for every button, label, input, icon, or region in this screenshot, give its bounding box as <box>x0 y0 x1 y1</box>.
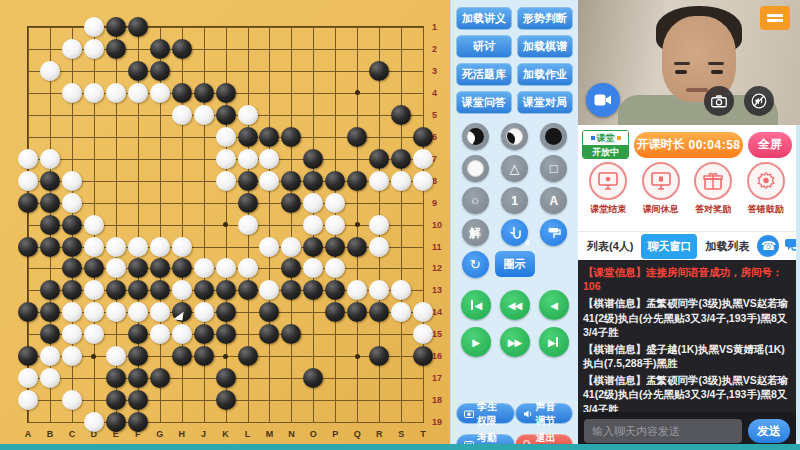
stone-M8 <box>259 171 279 191</box>
stone-S8 <box>391 171 411 191</box>
stone-T14 <box>413 302 433 322</box>
row-label-6: 6 <box>432 132 448 142</box>
hand-pointer-icon <box>508 226 522 240</box>
stone-K14 <box>216 302 236 322</box>
stone-H16 <box>172 346 192 366</box>
stone-A7 <box>18 149 38 169</box>
black-stone-tool[interactable] <box>540 123 567 150</box>
lesson-button-6[interactable]: 课堂问答 <box>456 91 512 114</box>
status-row: 课堂 开放中 开课时长 00:04:58 全屏 <box>578 128 796 161</box>
white-black-stone-tool[interactable] <box>501 123 528 150</box>
gift-icon <box>702 171 724 191</box>
stone-P9 <box>325 193 345 213</box>
stone-N11 <box>281 237 301 257</box>
stone-G17 <box>150 368 170 388</box>
lesson-buttons: 加载讲义形势判断研讨加载棋谱死活题库加载作业课堂问答课堂对局 <box>456 7 573 114</box>
col-label-K: K <box>216 429 236 439</box>
stone-B8 <box>40 171 60 191</box>
stone-E1 <box>106 17 126 37</box>
stone-S5 <box>391 105 411 125</box>
stone-G4 <box>150 83 170 103</box>
answer-tool[interactable]: 解 <box>462 219 489 246</box>
stone-Q8 <box>347 171 367 191</box>
tab-bar: 列表(4人) 聊天窗口 加载列表 ☎ <box>578 231 796 260</box>
stone-C8 <box>62 171 82 191</box>
row-label-8: 8 <box>432 176 448 186</box>
stone-T7 <box>413 149 433 169</box>
row-label-10: 10 <box>432 220 448 230</box>
stone-G11 <box>150 237 170 257</box>
voice-call-icon[interactable]: ☎ <box>757 235 779 257</box>
stone-D10 <box>84 215 104 235</box>
stone-E17 <box>106 368 126 388</box>
row-label-9: 9 <box>432 198 448 208</box>
col-label-S: S <box>391 429 411 439</box>
stone-K15 <box>216 324 236 344</box>
row-label-16: 16 <box>432 351 448 361</box>
col-label-C: C <box>62 429 82 439</box>
stone-J12 <box>194 258 214 278</box>
circle-mark-tool[interactable]: ○ <box>462 187 489 214</box>
last-move-button[interactable]: ▶ <box>539 327 569 357</box>
stone-J5 <box>194 105 214 125</box>
stone-C2 <box>62 39 82 59</box>
row-label-7: 7 <box>432 154 448 164</box>
fast-rewind-button[interactable]: ◀◀ <box>500 290 530 320</box>
white-stone-tool[interactable] <box>462 155 489 182</box>
tab-member-list[interactable]: 列表(4人) <box>581 234 639 259</box>
stone-K8 <box>216 171 236 191</box>
stone-B11 <box>40 237 60 257</box>
stone-L13 <box>238 280 258 300</box>
monitor-icon <box>650 171 672 191</box>
row-label-1: 1 <box>432 22 448 32</box>
speaker-icon <box>523 409 533 419</box>
student-permission-button[interactable]: 学生权限 <box>456 403 515 424</box>
quick-actions: 课堂结束 课间休息 答对奖励 答错鼓励 <box>578 162 796 228</box>
star-point <box>355 222 360 227</box>
stone-H14 <box>172 302 192 322</box>
stone-B17 <box>40 368 60 388</box>
fullscreen-button[interactable]: 全屏 <box>748 132 792 158</box>
stone-D19 <box>84 412 104 432</box>
stone-J13 <box>194 280 214 300</box>
stone-P10 <box>325 215 345 235</box>
stone-R11 <box>369 237 389 257</box>
stone-F17 <box>128 368 148 388</box>
stone-C11 <box>62 237 82 257</box>
panel-edge <box>796 125 800 450</box>
stone-T15 <box>413 324 433 344</box>
stone-L5 <box>238 105 258 125</box>
stone-F11 <box>128 237 148 257</box>
stone-G13 <box>150 280 170 300</box>
paint-roller-tool[interactable] <box>540 219 567 246</box>
stone-E16 <box>106 346 126 366</box>
go-classroom-app: ABCDEFGHJKLMNOPQRST123456789101112131415… <box>0 0 800 450</box>
row-label-4: 4 <box>432 88 448 98</box>
stone-E2 <box>106 39 126 59</box>
stone-R3 <box>369 61 389 81</box>
tab-load-list[interactable]: 加载列表 <box>699 234 755 259</box>
stone-H4 <box>172 83 192 103</box>
stone-J16 <box>194 346 214 366</box>
last-move-marker <box>173 311 183 321</box>
circle-show-button[interactable]: 圈示 <box>495 251 535 277</box>
stone-P11 <box>325 237 345 257</box>
photo-camera-icon <box>711 95 727 108</box>
triangle-mark-tool[interactable]: △ <box>501 155 528 182</box>
stone-J4 <box>194 83 214 103</box>
grid-line <box>28 203 423 204</box>
camera-icon <box>464 409 474 419</box>
class-break-button[interactable]: 课间休息 <box>636 162 686 228</box>
lesson-button-1[interactable]: 形势判断 <box>517 7 573 30</box>
square-mark-tool[interactable]: □ <box>540 155 567 182</box>
stone-K4 <box>216 83 236 103</box>
col-label-H: H <box>172 429 192 439</box>
speaker-off-icon <box>751 93 767 109</box>
send-button[interactable]: 发送 <box>748 419 790 443</box>
go-board[interactable]: ABCDEFGHJKLMNOPQRST123456789101112131415… <box>0 0 450 444</box>
col-label-O: O <box>303 429 323 439</box>
stone-C9 <box>62 193 82 213</box>
stone-D11 <box>84 237 104 257</box>
row-label-5: 5 <box>432 110 448 120</box>
play-button[interactable]: ▶ <box>461 327 491 357</box>
stone-H5 <box>172 105 192 125</box>
correct-reward-button[interactable]: 答对奖励 <box>688 162 738 228</box>
stone-K17 <box>216 368 236 388</box>
stone-L10 <box>238 215 258 235</box>
video-camera-icon <box>594 93 612 107</box>
lesson-button-3[interactable]: 加载棋谱 <box>517 35 573 58</box>
star-point <box>355 354 360 359</box>
row-label-3: 3 <box>432 66 448 76</box>
stone-L9 <box>238 193 258 213</box>
chat-log[interactable]: 【课堂信息】连接房间语音成功，房间号：106【棋谱信息】孟繁硕同学(3级)执黑V… <box>578 260 796 412</box>
stone-S7 <box>391 149 411 169</box>
stone-J14 <box>194 302 214 322</box>
stone-F15 <box>128 324 148 344</box>
stone-L8 <box>238 171 258 191</box>
chat-input[interactable] <box>584 419 742 443</box>
hand-badge: 6 <box>526 238 530 247</box>
row-label-15: 15 <box>432 329 448 339</box>
paint-roller-icon <box>547 226 561 240</box>
markup-tools: △ □ ○ 1 A 解 6 ↻ 圈示 <box>456 123 573 278</box>
col-label-J: J <box>194 429 214 439</box>
stone-A9 <box>18 193 38 213</box>
row-label-13: 13 <box>432 285 448 295</box>
stone-H15 <box>172 324 192 344</box>
tool-panel: 加载讲义形势判断研讨加载棋谱死活题库加载作业课堂问答课堂对局 △ □ ○ 1 A… <box>450 0 578 444</box>
stone-G3 <box>150 61 170 81</box>
stone-B7 <box>40 149 60 169</box>
stone-F19 <box>128 412 148 432</box>
stone-G15 <box>150 324 170 344</box>
stone-D1 <box>84 17 104 37</box>
video-toggle-button[interactable] <box>586 83 620 117</box>
stone-L7 <box>238 149 258 169</box>
stone-N8 <box>281 171 301 191</box>
volume-adjust-button[interactable]: 声音调节 <box>515 403 574 424</box>
fast-forward-button[interactable]: ▶▶ <box>500 327 530 357</box>
board-panel: ABCDEFGHJKLMNOPQRST123456789101112131415… <box>0 0 450 444</box>
row-label-12: 12 <box>432 263 448 273</box>
stone-Q6 <box>347 127 367 147</box>
stone-A8 <box>18 171 38 191</box>
number-mark-tool[interactable]: 1 <box>501 187 528 214</box>
instructor-mouth <box>686 88 708 92</box>
window-footer-bar <box>0 444 800 450</box>
grid-line <box>28 71 423 72</box>
row-label-11: 11 <box>432 242 448 252</box>
chat-message-1: 【棋谱信息】孟繁硕同学(3级)执黑VS赵若瑜41(2级)执白(分先黑贴3又3/4… <box>583 296 791 339</box>
stone-O7 <box>303 149 323 169</box>
col-label-G: G <box>150 429 170 439</box>
stone-K7 <box>216 149 236 169</box>
stone-A11 <box>18 237 38 257</box>
refresh-tool[interactable]: ↻ <box>462 251 489 278</box>
row-label-18: 18 <box>432 395 448 405</box>
stone-D4 <box>84 83 104 103</box>
stone-E4 <box>106 83 126 103</box>
black-white-stone-tool[interactable] <box>462 123 489 150</box>
stone-F1 <box>128 17 148 37</box>
stone-T6 <box>413 127 433 147</box>
stone-K13 <box>216 280 236 300</box>
lesson-button-2[interactable]: 研讨 <box>456 35 512 58</box>
stone-O10 <box>303 215 323 235</box>
stone-E11 <box>106 237 126 257</box>
stone-N9 <box>281 193 301 213</box>
stone-G2 <box>150 39 170 59</box>
stone-F4 <box>128 83 148 103</box>
medal-seal-icon <box>755 171 777 191</box>
stone-M11 <box>259 237 279 257</box>
lesson-button-7[interactable]: 课堂对局 <box>517 91 573 114</box>
col-label-M: M <box>259 429 279 439</box>
row-label-19: 19 <box>432 417 448 427</box>
star-point <box>223 354 228 359</box>
stone-D2 <box>84 39 104 59</box>
stone-G14 <box>150 302 170 322</box>
class-end-button[interactable]: 课堂结束 <box>583 162 633 228</box>
stone-J15 <box>194 324 214 344</box>
mute-button[interactable] <box>744 86 774 116</box>
stone-R8 <box>369 171 389 191</box>
class-duration: 00:04:58 <box>688 138 740 152</box>
stone-O8 <box>303 171 323 191</box>
class-timer: 开课时长 00:04:58 <box>634 132 743 158</box>
stone-L12 <box>238 258 258 278</box>
stone-F16 <box>128 346 148 366</box>
col-label-N: N <box>281 429 301 439</box>
row-label-2: 2 <box>432 44 448 54</box>
col-label-T: T <box>413 429 433 439</box>
stone-F14 <box>128 302 148 322</box>
stone-B10 <box>40 215 60 235</box>
stone-E18 <box>106 390 126 410</box>
stone-B9 <box>40 193 60 213</box>
col-label-P: P <box>325 429 345 439</box>
stone-R10 <box>369 215 389 235</box>
col-label-Q: Q <box>347 429 367 439</box>
stone-A18 <box>18 390 38 410</box>
monitor-dot-icon <box>597 171 619 191</box>
stone-H12 <box>172 258 192 278</box>
row-label-14: 14 <box>432 307 448 317</box>
stone-P8 <box>325 171 345 191</box>
playback-controls: ◀ ◀◀ ◀ ▶ ▶▶ ▶ <box>456 290 573 357</box>
snapshot-button[interactable] <box>704 86 734 116</box>
stone-K5 <box>216 105 236 125</box>
row-label-17: 17 <box>432 373 448 383</box>
stone-E19 <box>106 412 126 432</box>
stone-H2 <box>172 39 192 59</box>
first-move-button[interactable]: ◀ <box>461 290 491 320</box>
stone-R7 <box>369 149 389 169</box>
lesson-button-4[interactable]: 死活题库 <box>456 63 512 86</box>
platform-logo <box>760 6 790 30</box>
stone-K6 <box>216 127 236 147</box>
stone-F18 <box>128 390 148 410</box>
col-label-A: A <box>18 429 38 439</box>
stone-L16 <box>238 346 258 366</box>
stone-F3 <box>128 61 148 81</box>
chat-message-0: 【课堂信息】连接房间语音成功，房间号：106 <box>583 265 791 293</box>
col-label-R: R <box>369 429 389 439</box>
stone-C18 <box>62 390 82 410</box>
stone-C4 <box>62 83 82 103</box>
stone-O11 <box>303 237 323 257</box>
hand-try-tool[interactable]: 6 <box>501 219 528 246</box>
stone-L6 <box>238 127 258 147</box>
stone-K12 <box>216 258 236 278</box>
stone-K18 <box>216 390 236 410</box>
back-button[interactable]: ◀ <box>539 290 569 320</box>
stone-T16 <box>413 346 433 366</box>
col-label-L: L <box>238 429 258 439</box>
stone-T8 <box>413 171 433 191</box>
instructor-video <box>578 0 800 125</box>
lesson-button-5[interactable]: 加载作业 <box>517 63 573 86</box>
class-open-badge: 课堂 开放中 <box>582 130 629 159</box>
col-label-B: B <box>40 429 60 439</box>
chat-message-2: 【棋谱信息】盛子越(1K)执黑VS黄婧瑶(1K)执白(7.5,288手)黑胜 <box>583 342 791 370</box>
stone-H13 <box>172 280 192 300</box>
chat-message-3: 【棋谱信息】孟繁硕同学(3级)执黑VS赵若瑜41(2级)执白(分先黑贴3又3/4… <box>583 373 791 412</box>
stone-H11 <box>172 237 192 257</box>
wrong-encourage-button[interactable]: 答错鼓励 <box>741 162 791 228</box>
stone-O9 <box>303 193 323 213</box>
stone-C10 <box>62 215 82 235</box>
lesson-button-0[interactable]: 加载讲义 <box>456 7 512 30</box>
stone-Q11 <box>347 237 367 257</box>
right-panel: 课堂 开放中 开课时长 00:04:58 全屏 课堂结束 <box>578 0 800 450</box>
tab-chat-window[interactable]: 聊天窗口 <box>641 234 697 259</box>
letter-mark-tool[interactable]: A <box>540 187 567 214</box>
stone-B3 <box>40 61 60 81</box>
